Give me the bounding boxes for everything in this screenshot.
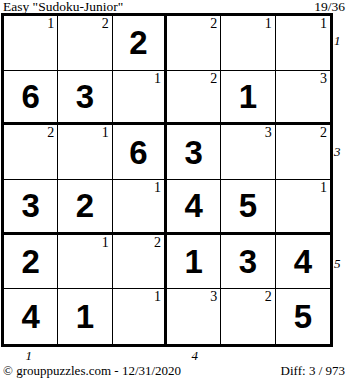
row-label-empty [334, 291, 347, 347]
cell-value: 5 [239, 189, 257, 222]
footer: © grouppuzzles.com - 12/31/2020 Diff: 3 … [3, 364, 345, 379]
pencil-mark: 1 [154, 181, 161, 195]
page-root: Easy "Sudoku-Junior" 19/36 1222116312132… [0, 0, 347, 381]
cell-r6c4[interactable]: 3 [167, 289, 221, 344]
cell-value: 3 [184, 136, 202, 169]
cell-value: 6 [21, 80, 39, 113]
pencil-mark: 1 [320, 181, 327, 195]
cell-r1c4[interactable]: 2 [167, 16, 221, 71]
cell-r1c6[interactable]: 1 [276, 16, 330, 71]
cell-r5c1[interactable]: 2 [4, 235, 58, 290]
copyright: © grouppuzzles.com - 12/31/2020 [3, 364, 181, 378]
pencil-mark: 3 [265, 126, 272, 140]
pencil-mark: 2 [47, 126, 54, 140]
cell-value: 3 [239, 245, 257, 278]
cell-r2c6[interactable]: 3 [276, 71, 330, 126]
cell-value: 2 [21, 245, 39, 278]
cell-value: 1 [184, 245, 202, 278]
cell-value: 2 [76, 189, 94, 222]
col-label-4: 4 [167, 349, 222, 363]
cell-r6c2[interactable]: 1 [58, 289, 112, 344]
row-label-5: 5 [334, 236, 347, 292]
col-label-empty [222, 349, 277, 363]
cell-value: 4 [294, 245, 312, 278]
cell-r4c4[interactable]: 4 [167, 180, 221, 235]
cell-r4c1[interactable]: 3 [4, 180, 58, 235]
cell-value: 1 [239, 80, 257, 113]
pencil-mark: 1 [154, 290, 161, 304]
row-label-1: 1 [334, 13, 347, 69]
cell-r6c5[interactable]: 2 [221, 289, 275, 344]
cell-r1c5[interactable]: 1 [221, 16, 275, 71]
cell-r5c4[interactable]: 1 [167, 235, 221, 290]
cell-r3c4[interactable]: 3 [167, 125, 221, 180]
pencil-mark: 2 [210, 17, 217, 31]
pencil-mark: 2 [210, 72, 217, 86]
col-label-empty [56, 349, 111, 363]
row-label-empty [334, 69, 347, 125]
cell-r2c3[interactable]: 1 [113, 71, 167, 126]
pencil-mark: 2 [102, 17, 109, 31]
col-label-1: 1 [1, 349, 56, 363]
cell-r1c3[interactable]: 2 [113, 16, 167, 71]
cell-r2c5[interactable]: 1 [221, 71, 275, 126]
difficulty: Diff: 3 / 973 [281, 364, 345, 378]
header: Easy "Sudoku-Junior" 19/36 [3, 0, 345, 14]
cell-r2c4[interactable]: 2 [167, 71, 221, 126]
cell-value: 2 [129, 26, 147, 59]
cell-r3c3[interactable]: 6 [113, 125, 167, 180]
pencil-mark: 1 [102, 126, 109, 140]
cell-r2c1[interactable]: 6 [4, 71, 58, 126]
cell-r4c6[interactable]: 1 [276, 180, 330, 235]
pencil-mark: 3 [210, 290, 217, 304]
row-label-3: 3 [334, 124, 347, 180]
cell-r3c2[interactable]: 1 [58, 125, 112, 180]
cell-r5c5[interactable]: 3 [221, 235, 275, 290]
cell-r4c5[interactable]: 5 [221, 180, 275, 235]
row-label-empty [334, 180, 347, 236]
given-count: 19/36 [314, 0, 345, 14]
col-label-empty [112, 349, 167, 363]
pencil-mark: 2 [265, 290, 272, 304]
col-label-empty [278, 349, 333, 363]
pencil-mark: 1 [154, 72, 161, 86]
col-labels: 14 [1, 349, 333, 363]
cell-value: 1 [76, 300, 94, 333]
cell-r3c1[interactable]: 2 [4, 125, 58, 180]
pencil-mark: 2 [320, 126, 327, 140]
cell-r1c1[interactable]: 1 [4, 16, 58, 71]
cell-value: 6 [129, 136, 147, 169]
cell-value: 5 [294, 300, 312, 333]
pencil-mark: 1 [265, 17, 272, 31]
pencil-mark: 1 [320, 17, 327, 31]
sudoku-board: 122211631213216332321451212134411325 [1, 13, 333, 347]
cell-r5c6[interactable]: 4 [276, 235, 330, 290]
cell-r5c3[interactable]: 2 [113, 235, 167, 290]
cell-r5c2[interactable]: 1 [58, 235, 112, 290]
pencil-mark: 1 [47, 17, 54, 31]
cell-r6c3[interactable]: 1 [113, 289, 167, 344]
row-labels: 135 [334, 13, 347, 347]
cell-value: 4 [184, 189, 202, 222]
cell-r4c2[interactable]: 2 [58, 180, 112, 235]
cell-r3c5[interactable]: 3 [221, 125, 275, 180]
cell-r2c2[interactable]: 3 [58, 71, 112, 126]
cell-value: 4 [21, 300, 39, 333]
cell-r6c6[interactable]: 5 [276, 289, 330, 344]
cell-r1c2[interactable]: 2 [58, 16, 112, 71]
cell-value: 3 [76, 80, 94, 113]
pencil-mark: 3 [320, 72, 327, 86]
cell-r4c3[interactable]: 1 [113, 180, 167, 235]
cell-r6c1[interactable]: 4 [4, 289, 58, 344]
puzzle-title: Easy "Sudoku-Junior" [3, 0, 123, 14]
cell-r3c6[interactable]: 2 [276, 125, 330, 180]
cell-value: 3 [21, 189, 39, 222]
pencil-mark: 2 [154, 236, 161, 250]
pencil-mark: 1 [102, 236, 109, 250]
